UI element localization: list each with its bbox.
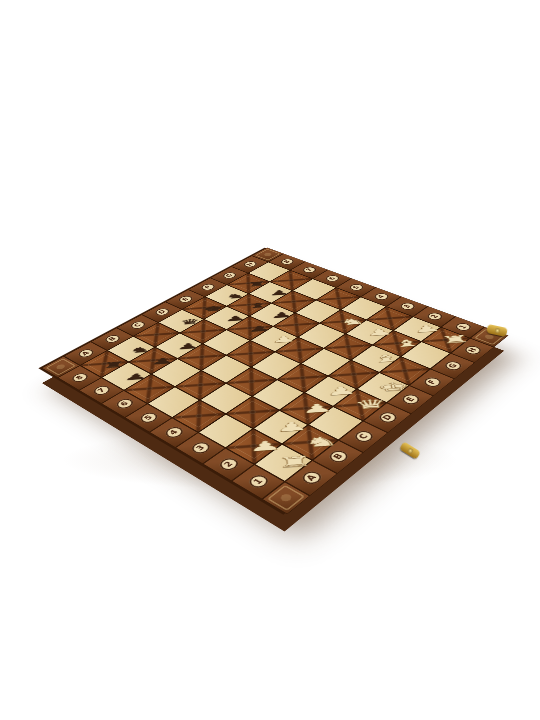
square-b4: [200, 383, 252, 414]
rank-label-1: 1: [245, 473, 271, 490]
file-label-A: A: [298, 469, 324, 486]
piece-white-bishop-g2: ♝: [391, 338, 422, 349]
square-d4: [251, 352, 301, 380]
square-b5: [175, 371, 226, 400]
rank-label-2: 2: [216, 456, 241, 472]
rank-label-5: 5: [137, 411, 160, 425]
square-d3: [277, 364, 328, 393]
rank-label-6: 6: [323, 274, 342, 283]
file-label-E: E: [399, 393, 422, 407]
rank-label-8: 8: [278, 258, 296, 266]
rank-label-3: 3: [188, 440, 213, 456]
square-c3: [252, 380, 304, 411]
piece-white-pawn-d2: ♟: [325, 384, 357, 397]
rank-label-3: 3: [397, 301, 417, 311]
square-c5: [201, 355, 251, 383]
rank-label-2: 2: [424, 311, 444, 321]
file-label-D: D: [375, 410, 399, 425]
file-label-C: C: [351, 429, 376, 444]
piece-white-pawn-h2: ♟: [411, 323, 442, 334]
file-label-G: G: [442, 360, 464, 372]
piece-white-pawn-a2: ♟: [248, 439, 282, 454]
piece-black-pawn-f6: ♟: [270, 311, 293, 320]
file-label-B: B: [325, 448, 350, 464]
file-label-F: F: [421, 376, 444, 389]
rank-label-8: 8: [69, 372, 91, 384]
square-e3: [301, 348, 351, 376]
piece-black-pawn-e6: ♟: [247, 324, 270, 333]
piece-white-pawn-b2: ♟: [275, 420, 308, 434]
rank-label-4: 4: [162, 425, 186, 440]
rank-label-7: 7: [90, 384, 112, 397]
rank-label-7: 7: [300, 266, 318, 275]
piece-white-pawn-e5: ♟: [271, 334, 296, 344]
product-photo-stage: ABCDEFGH8♜♞♛♚♞♜87♟♟♟♟♝♟76♟♟65♟54♞43♟32♟♟…: [0, 0, 540, 720]
square-f2: ♝: [351, 345, 401, 372]
square-b2: ♟: [253, 410, 308, 444]
piece-white-bishop-f2: ♝: [370, 352, 402, 364]
rank-label-4: 4: [371, 292, 391, 302]
square-c2: ♟: [279, 393, 333, 425]
piece-black-rook-a8: ♜: [102, 360, 125, 369]
rank-label-6: 6: [113, 397, 136, 411]
square-e2: [328, 360, 379, 389]
file-label-H: H: [462, 344, 484, 356]
rank-label-1: 1: [452, 322, 473, 333]
piece-white-pawn-c2: ♟: [301, 402, 334, 416]
square-d2: ♟: [304, 376, 356, 406]
piece-black-pawn-a7: ♟: [124, 372, 149, 382]
square-b3: [226, 396, 280, 428]
rank-label-5: 5: [347, 283, 366, 292]
piece-white-pawn-g3: ♟: [365, 327, 394, 337]
square-c4: [226, 367, 277, 396]
piece-black-pawn-b7: ♟: [151, 356, 175, 365]
